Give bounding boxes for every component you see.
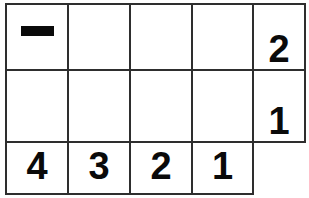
dash-mark bbox=[21, 26, 54, 36]
puzzle-board: 2 1 4 3 2 1 bbox=[5, 3, 306, 195]
cell-r1c1-dash-marked[interactable] bbox=[7, 5, 69, 71]
clue-value: 3 bbox=[88, 147, 109, 185]
clue-value: 1 bbox=[268, 102, 289, 140]
cell-r2c2[interactable] bbox=[69, 71, 131, 143]
clue-cell-row1-right: 2 bbox=[254, 5, 306, 71]
cell-r1c3[interactable] bbox=[131, 5, 193, 71]
clue-cell-col2-bottom: 3 bbox=[69, 143, 131, 195]
clue-cell-col3-bottom: 2 bbox=[131, 143, 193, 195]
clue-value: 2 bbox=[268, 30, 289, 68]
clue-cell-row2-right: 1 bbox=[254, 71, 306, 143]
cell-r2c4[interactable] bbox=[193, 71, 254, 143]
clue-value: 1 bbox=[212, 147, 233, 185]
cell-r1c4[interactable] bbox=[193, 5, 254, 71]
clue-value: 4 bbox=[26, 147, 47, 185]
cell-r2c3[interactable] bbox=[131, 71, 193, 143]
clue-cell-col4-bottom: 1 bbox=[193, 143, 254, 195]
board-cutout bbox=[254, 143, 306, 195]
clue-value: 2 bbox=[150, 147, 171, 185]
cell-r2c1[interactable] bbox=[7, 71, 69, 143]
clue-cell-col1-bottom: 4 bbox=[7, 143, 69, 195]
cell-r1c2[interactable] bbox=[69, 5, 131, 71]
